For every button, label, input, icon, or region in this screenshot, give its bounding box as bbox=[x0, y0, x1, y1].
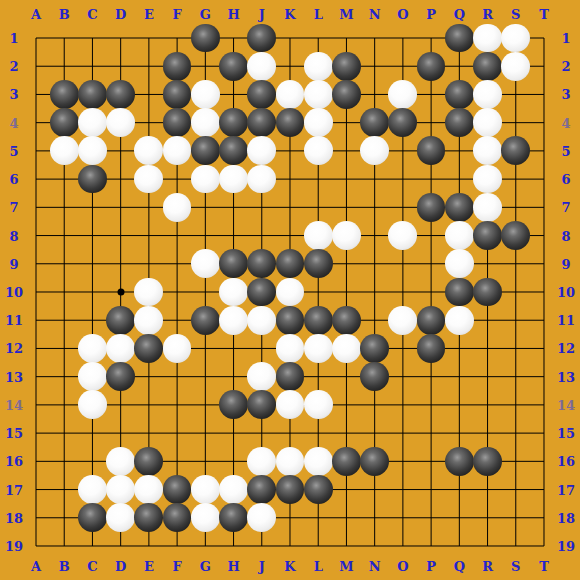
black-stone[interactable] bbox=[276, 108, 305, 137]
white-stone[interactable] bbox=[219, 165, 248, 194]
black-stone[interactable] bbox=[219, 390, 248, 419]
white-stone[interactable] bbox=[473, 108, 502, 137]
black-stone[interactable] bbox=[247, 108, 276, 137]
black-stone[interactable] bbox=[134, 503, 163, 532]
white-stone[interactable] bbox=[276, 390, 305, 419]
column-label-bottom: K bbox=[284, 559, 295, 574]
white-stone[interactable] bbox=[134, 278, 163, 307]
stones-grid[interactable] bbox=[22, 24, 558, 560]
white-stone[interactable] bbox=[332, 334, 361, 363]
white-stone[interactable] bbox=[50, 136, 79, 165]
white-stone[interactable] bbox=[191, 475, 220, 504]
black-stone[interactable] bbox=[247, 278, 276, 307]
black-stone[interactable] bbox=[304, 306, 333, 335]
black-stone[interactable] bbox=[417, 136, 446, 165]
column-label-top: J bbox=[259, 7, 265, 22]
white-stone[interactable] bbox=[163, 334, 192, 363]
row-label-right: 4 bbox=[561, 115, 570, 130]
black-stone[interactable] bbox=[247, 390, 276, 419]
column-label-bottom: D bbox=[115, 559, 126, 574]
white-stone[interactable] bbox=[219, 475, 248, 504]
column-label-bottom: J bbox=[259, 559, 265, 574]
row-label-right: 5 bbox=[561, 143, 570, 158]
white-stone[interactable] bbox=[473, 193, 502, 222]
column-label-bottom: H bbox=[227, 559, 239, 574]
row-label-right: 17 bbox=[557, 482, 575, 497]
black-stone[interactable] bbox=[50, 80, 79, 109]
white-stone[interactable] bbox=[78, 362, 107, 391]
white-stone[interactable] bbox=[163, 136, 192, 165]
black-stone[interactable] bbox=[247, 80, 276, 109]
black-stone[interactable] bbox=[388, 108, 417, 137]
row-label-left: 12 bbox=[5, 341, 23, 356]
row-label-right: 9 bbox=[561, 256, 570, 271]
black-stone[interactable] bbox=[163, 108, 192, 137]
row-label-left: 4 bbox=[9, 115, 18, 130]
black-stone[interactable] bbox=[219, 108, 248, 137]
row-label-right: 12 bbox=[557, 341, 575, 356]
row-label-left: 5 bbox=[9, 143, 18, 158]
row-label-left: 1 bbox=[9, 31, 18, 46]
white-stone[interactable] bbox=[473, 24, 502, 53]
black-stone[interactable] bbox=[473, 221, 502, 250]
column-label-bottom: S bbox=[511, 559, 520, 574]
white-stone[interactable] bbox=[106, 334, 135, 363]
white-stone[interactable] bbox=[191, 108, 220, 137]
column-label-bottom: Q bbox=[454, 559, 465, 574]
white-stone[interactable] bbox=[388, 306, 417, 335]
column-label-top: O bbox=[397, 7, 408, 22]
row-label-right: 13 bbox=[557, 369, 575, 384]
column-label-top: L bbox=[314, 7, 323, 22]
row-label-right: 7 bbox=[561, 200, 570, 215]
black-stone[interactable] bbox=[360, 362, 389, 391]
white-stone[interactable] bbox=[247, 447, 276, 476]
black-stone[interactable] bbox=[304, 475, 333, 504]
white-stone[interactable] bbox=[78, 475, 107, 504]
black-stone[interactable] bbox=[332, 52, 361, 81]
column-label-top: P bbox=[426, 7, 436, 22]
black-stone[interactable] bbox=[276, 306, 305, 335]
black-stone[interactable] bbox=[134, 334, 163, 363]
black-stone[interactable] bbox=[473, 52, 502, 81]
white-stone[interactable] bbox=[473, 165, 502, 194]
white-stone[interactable] bbox=[247, 362, 276, 391]
black-stone[interactable] bbox=[247, 475, 276, 504]
white-stone[interactable] bbox=[501, 24, 530, 53]
white-stone[interactable] bbox=[134, 136, 163, 165]
white-stone[interactable] bbox=[247, 136, 276, 165]
row-label-right: 1 bbox=[561, 31, 570, 46]
row-label-left: 6 bbox=[9, 172, 18, 187]
black-stone[interactable] bbox=[78, 80, 107, 109]
black-stone[interactable] bbox=[219, 136, 248, 165]
white-stone[interactable] bbox=[276, 80, 305, 109]
black-stone[interactable] bbox=[163, 52, 192, 81]
column-label-bottom: M bbox=[339, 559, 353, 574]
black-stone[interactable] bbox=[501, 221, 530, 250]
column-label-top: C bbox=[87, 7, 97, 22]
black-stone[interactable] bbox=[360, 334, 389, 363]
row-label-right: 2 bbox=[561, 59, 570, 74]
column-label-bottom: G bbox=[200, 559, 211, 574]
black-stone[interactable] bbox=[219, 249, 248, 278]
black-stone[interactable] bbox=[219, 52, 248, 81]
row-label-left: 11 bbox=[5, 313, 23, 328]
white-stone[interactable] bbox=[388, 80, 417, 109]
column-label-bottom: B bbox=[59, 559, 70, 574]
black-stone[interactable] bbox=[106, 80, 135, 109]
black-stone[interactable] bbox=[50, 108, 79, 137]
row-label-left: 10 bbox=[5, 284, 23, 299]
column-label-top: D bbox=[115, 7, 126, 22]
row-label-right: 6 bbox=[561, 172, 570, 187]
column-label-bottom: O bbox=[397, 559, 408, 574]
black-stone[interactable] bbox=[360, 447, 389, 476]
black-stone[interactable] bbox=[445, 24, 474, 53]
white-stone[interactable] bbox=[219, 306, 248, 335]
black-stone[interactable] bbox=[276, 475, 305, 504]
white-stone[interactable] bbox=[304, 52, 333, 81]
black-stone[interactable] bbox=[219, 503, 248, 532]
black-stone[interactable] bbox=[78, 503, 107, 532]
black-stone[interactable] bbox=[191, 24, 220, 53]
white-stone[interactable] bbox=[332, 221, 361, 250]
white-stone[interactable] bbox=[445, 306, 474, 335]
column-label-bottom: E bbox=[144, 559, 154, 574]
hoshi-point bbox=[117, 288, 124, 295]
go-board[interactable]: AABBCCDDEEFFGGHHJJKKLLMMNNOOPPQQRRSSTT11… bbox=[0, 0, 580, 580]
column-label-top: N bbox=[369, 7, 381, 22]
black-stone[interactable] bbox=[445, 447, 474, 476]
row-label-left: 3 bbox=[9, 87, 18, 102]
white-stone[interactable] bbox=[106, 475, 135, 504]
white-stone[interactable] bbox=[445, 249, 474, 278]
black-stone[interactable] bbox=[304, 249, 333, 278]
row-label-right: 11 bbox=[557, 313, 575, 328]
row-label-right: 14 bbox=[557, 397, 575, 412]
white-stone[interactable] bbox=[191, 80, 220, 109]
column-label-top: Q bbox=[454, 7, 465, 22]
white-stone[interactable] bbox=[247, 306, 276, 335]
black-stone[interactable] bbox=[417, 52, 446, 81]
white-stone[interactable] bbox=[276, 447, 305, 476]
white-stone[interactable] bbox=[106, 503, 135, 532]
black-stone[interactable] bbox=[445, 278, 474, 307]
white-stone[interactable] bbox=[78, 390, 107, 419]
row-label-right: 18 bbox=[557, 510, 575, 525]
column-label-bottom: P bbox=[426, 559, 436, 574]
white-stone[interactable] bbox=[106, 447, 135, 476]
white-stone[interactable] bbox=[78, 136, 107, 165]
white-stone[interactable] bbox=[78, 108, 107, 137]
column-label-top: F bbox=[172, 7, 181, 22]
row-label-left: 7 bbox=[9, 200, 18, 215]
white-stone[interactable] bbox=[247, 52, 276, 81]
column-label-top: H bbox=[227, 7, 239, 22]
row-label-left: 8 bbox=[9, 228, 18, 243]
black-stone[interactable] bbox=[191, 136, 220, 165]
black-stone[interactable] bbox=[332, 306, 361, 335]
white-stone[interactable] bbox=[304, 447, 333, 476]
white-stone[interactable] bbox=[247, 503, 276, 532]
black-stone[interactable] bbox=[134, 447, 163, 476]
column-label-top: K bbox=[284, 7, 295, 22]
white-stone[interactable] bbox=[219, 278, 248, 307]
white-stone[interactable] bbox=[191, 503, 220, 532]
white-stone[interactable] bbox=[501, 52, 530, 81]
black-stone[interactable] bbox=[247, 249, 276, 278]
row-label-right: 16 bbox=[557, 454, 575, 469]
white-stone[interactable] bbox=[134, 165, 163, 194]
row-label-left: 9 bbox=[9, 256, 18, 271]
white-stone[interactable] bbox=[247, 165, 276, 194]
black-stone[interactable] bbox=[417, 306, 446, 335]
column-label-bottom: T bbox=[539, 559, 549, 574]
white-stone[interactable] bbox=[163, 193, 192, 222]
black-stone[interactable] bbox=[276, 249, 305, 278]
white-stone[interactable] bbox=[360, 136, 389, 165]
column-label-top: A bbox=[31, 7, 41, 22]
black-stone[interactable] bbox=[247, 24, 276, 53]
white-stone[interactable] bbox=[191, 249, 220, 278]
black-stone[interactable] bbox=[163, 475, 192, 504]
white-stone[interactable] bbox=[304, 334, 333, 363]
black-stone[interactable] bbox=[106, 362, 135, 391]
column-label-top: M bbox=[339, 7, 353, 22]
black-stone[interactable] bbox=[417, 334, 446, 363]
column-label-bottom: A bbox=[31, 559, 41, 574]
column-label-top: G bbox=[200, 7, 211, 22]
row-label-right: 8 bbox=[561, 228, 570, 243]
black-stone[interactable] bbox=[445, 80, 474, 109]
black-stone[interactable] bbox=[191, 306, 220, 335]
black-stone[interactable] bbox=[360, 108, 389, 137]
black-stone[interactable] bbox=[163, 503, 192, 532]
black-stone[interactable] bbox=[106, 306, 135, 335]
row-label-left: 2 bbox=[9, 59, 18, 74]
row-label-right: 10 bbox=[557, 284, 575, 299]
row-label-right: 3 bbox=[561, 87, 570, 102]
column-label-bottom: C bbox=[87, 559, 97, 574]
row-label-left: 19 bbox=[5, 538, 23, 553]
white-stone[interactable] bbox=[388, 221, 417, 250]
white-stone[interactable] bbox=[304, 80, 333, 109]
white-stone[interactable] bbox=[191, 165, 220, 194]
black-stone[interactable] bbox=[445, 108, 474, 137]
white-stone[interactable] bbox=[304, 390, 333, 419]
black-stone[interactable] bbox=[417, 193, 446, 222]
column-label-top: B bbox=[59, 7, 70, 22]
black-stone[interactable] bbox=[332, 80, 361, 109]
black-stone[interactable] bbox=[473, 278, 502, 307]
column-label-top: R bbox=[482, 7, 493, 22]
white-stone[interactable] bbox=[134, 306, 163, 335]
black-stone[interactable] bbox=[332, 447, 361, 476]
white-stone[interactable] bbox=[473, 80, 502, 109]
row-label-left: 17 bbox=[5, 482, 23, 497]
white-stone[interactable] bbox=[78, 334, 107, 363]
column-label-top: S bbox=[511, 7, 520, 22]
column-label-top: T bbox=[539, 7, 549, 22]
white-stone[interactable] bbox=[304, 221, 333, 250]
black-stone[interactable] bbox=[473, 447, 502, 476]
row-label-left: 16 bbox=[5, 454, 23, 469]
white-stone[interactable] bbox=[134, 475, 163, 504]
white-stone[interactable] bbox=[276, 334, 305, 363]
column-label-bottom: N bbox=[369, 559, 381, 574]
row-label-left: 18 bbox=[5, 510, 23, 525]
column-label-bottom: F bbox=[172, 559, 181, 574]
white-stone[interactable] bbox=[276, 278, 305, 307]
row-label-left: 13 bbox=[5, 369, 23, 384]
row-label-right: 19 bbox=[557, 538, 575, 553]
white-stone[interactable] bbox=[106, 108, 135, 137]
column-label-top: E bbox=[144, 7, 154, 22]
column-label-bottom: L bbox=[314, 559, 323, 574]
white-stone[interactable] bbox=[445, 221, 474, 250]
black-stone[interactable] bbox=[445, 193, 474, 222]
row-label-left: 14 bbox=[5, 397, 23, 412]
row-label-right: 15 bbox=[557, 426, 575, 441]
black-stone[interactable] bbox=[163, 80, 192, 109]
row-label-left: 15 bbox=[5, 426, 23, 441]
column-label-bottom: R bbox=[482, 559, 493, 574]
white-stone[interactable] bbox=[473, 136, 502, 165]
black-stone[interactable] bbox=[501, 136, 530, 165]
white-stone[interactable] bbox=[304, 108, 333, 137]
black-stone[interactable] bbox=[276, 362, 305, 391]
white-stone[interactable] bbox=[304, 136, 333, 165]
black-stone[interactable] bbox=[78, 165, 107, 194]
